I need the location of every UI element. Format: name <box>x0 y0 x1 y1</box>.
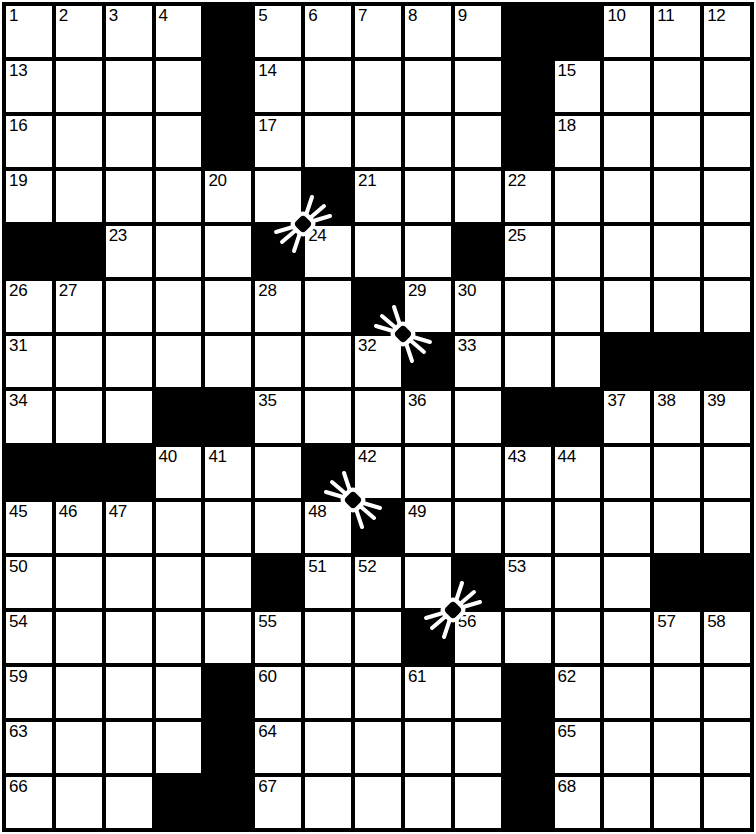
letter-cell-r10c2[interactable]: 46 <box>56 502 102 553</box>
letter-cell-r3c2[interactable] <box>56 116 102 167</box>
clue-number-57: 57 <box>657 612 675 631</box>
clue-number-28: 28 <box>258 281 276 300</box>
clue-number-58: 58 <box>707 612 725 631</box>
letter-cell-r8c13[interactable]: 37 <box>604 391 650 442</box>
clue-number-3: 3 <box>109 6 118 25</box>
letter-cell-r3c15[interactable] <box>704 116 750 167</box>
block-cell-r4c7 <box>305 171 351 222</box>
clue-number-62: 62 <box>558 667 576 686</box>
letter-cell-r8c8[interactable] <box>355 391 401 442</box>
clue-number-10: 10 <box>607 6 625 25</box>
letter-cell-r4c1[interactable]: 19 <box>6 171 52 222</box>
letter-cell-r3c4[interactable] <box>156 116 202 167</box>
letter-cell-r2c15[interactable] <box>704 61 750 112</box>
block-cell-r9c3 <box>106 447 152 498</box>
letter-cell-r10c14[interactable] <box>654 502 700 553</box>
clue-number-65: 65 <box>558 722 576 741</box>
letter-cell-r15c6[interactable]: 67 <box>255 777 301 828</box>
letter-cell-r15c15[interactable] <box>704 777 750 828</box>
clue-number-47: 47 <box>109 502 127 521</box>
clue-number-4: 4 <box>159 6 168 25</box>
block-cell-r11c6 <box>255 557 301 608</box>
block-cell-r5c1 <box>6 226 52 277</box>
letter-cell-r7c4[interactable] <box>156 336 202 387</box>
letter-cell-r7c7[interactable] <box>305 336 351 387</box>
letter-cell-r4c10[interactable] <box>455 171 501 222</box>
block-cell-r14c5 <box>205 722 251 773</box>
letter-cell-r7c11[interactable] <box>505 336 551 387</box>
block-cell-r3c11 <box>505 116 551 167</box>
letter-cell-r4c15[interactable] <box>704 171 750 222</box>
clue-number-26: 26 <box>9 281 27 300</box>
letter-cell-r4c3[interactable] <box>106 171 152 222</box>
letter-cell-r1c4[interactable]: 4 <box>156 6 202 57</box>
letter-cell-r13c9[interactable]: 61 <box>405 667 451 718</box>
letter-cell-r1c6[interactable]: 5 <box>255 6 301 57</box>
block-cell-r11c15 <box>704 557 750 608</box>
block-cell-r1c11 <box>505 6 551 57</box>
letter-cell-r10c6[interactable] <box>255 502 301 553</box>
letter-cell-r5c5[interactable] <box>205 226 251 277</box>
letter-cell-r15c12[interactable]: 68 <box>555 777 601 828</box>
letter-cell-r1c2[interactable]: 2 <box>56 6 102 57</box>
letter-cell-r15c8[interactable] <box>355 777 401 828</box>
clue-number-7: 7 <box>358 6 367 25</box>
block-cell-r9c7 <box>305 447 351 498</box>
letter-cell-r14c14[interactable] <box>654 722 700 773</box>
clue-number-38: 38 <box>657 391 675 410</box>
block-cell-r15c4 <box>156 777 202 828</box>
letter-cell-r6c4[interactable] <box>156 281 202 332</box>
block-cell-r14c11 <box>505 722 551 773</box>
clue-number-42: 42 <box>358 447 376 466</box>
letter-cell-r13c10[interactable] <box>455 667 501 718</box>
block-cell-r10c8 <box>355 502 401 553</box>
clue-number-49: 49 <box>408 502 426 521</box>
letter-cell-r2c1[interactable]: 13 <box>6 61 52 112</box>
letter-cell-r10c11[interactable] <box>505 502 551 553</box>
letter-cell-r14c1[interactable]: 63 <box>6 722 52 773</box>
letter-cell-r9c5[interactable]: 41 <box>205 447 251 498</box>
letter-cell-r6c2[interactable]: 27 <box>56 281 102 332</box>
letter-cell-r5c4[interactable] <box>156 226 202 277</box>
letter-cell-r3c1[interactable]: 16 <box>6 116 52 167</box>
letter-cell-r15c13[interactable] <box>604 777 650 828</box>
letter-cell-r14c9[interactable] <box>405 722 451 773</box>
block-cell-r5c10 <box>455 226 501 277</box>
block-cell-r8c12 <box>555 391 601 442</box>
clue-number-16: 16 <box>9 116 27 135</box>
letter-cell-r7c6[interactable] <box>255 336 301 387</box>
letter-cell-r6c15[interactable] <box>704 281 750 332</box>
letter-cell-r3c8[interactable] <box>355 116 401 167</box>
letter-cell-r1c3[interactable]: 3 <box>106 6 152 57</box>
letter-cell-r8c10[interactable] <box>455 391 501 442</box>
letter-cell-r5c15[interactable] <box>704 226 750 277</box>
letter-cell-r8c15[interactable]: 39 <box>704 391 750 442</box>
clue-number-18: 18 <box>558 116 576 135</box>
letter-cell-r1c1[interactable]: 1 <box>6 6 52 57</box>
letter-cell-r12c2[interactable] <box>56 612 102 663</box>
letter-cell-r14c4[interactable] <box>156 722 202 773</box>
letter-cell-r4c8[interactable]: 21 <box>355 171 401 222</box>
letter-cell-r11c8[interactable]: 52 <box>355 557 401 608</box>
block-cell-r13c5 <box>205 667 251 718</box>
clue-number-67: 67 <box>258 777 276 796</box>
block-cell-r15c11 <box>505 777 551 828</box>
letter-cell-r10c4[interactable] <box>156 502 202 553</box>
clue-number-37: 37 <box>607 391 625 410</box>
letter-cell-r7c2[interactable] <box>56 336 102 387</box>
letter-cell-r1c14[interactable]: 11 <box>654 6 700 57</box>
clue-number-48: 48 <box>308 502 326 521</box>
letter-cell-r13c3[interactable] <box>106 667 152 718</box>
clue-number-46: 46 <box>59 502 77 521</box>
clue-number-2: 2 <box>59 6 68 25</box>
letter-cell-r15c7[interactable] <box>305 777 351 828</box>
letter-cell-r13c13[interactable] <box>604 667 650 718</box>
clue-number-68: 68 <box>558 777 576 796</box>
clue-number-6: 6 <box>308 6 317 25</box>
letter-cell-r10c1[interactable]: 45 <box>6 502 52 553</box>
letter-cell-r9c14[interactable] <box>654 447 700 498</box>
letter-cell-r2c3[interactable] <box>106 61 152 112</box>
letter-cell-r11c3[interactable] <box>106 557 152 608</box>
letter-cell-r5c11[interactable]: 25 <box>505 226 551 277</box>
letter-cell-r13c2[interactable] <box>56 667 102 718</box>
block-cell-r12c9 <box>405 612 451 663</box>
letter-cell-r8c14[interactable]: 38 <box>654 391 700 442</box>
clue-number-52: 52 <box>358 557 376 576</box>
letter-cell-r13c12[interactable]: 62 <box>555 667 601 718</box>
crossword-grid: 1234567891011121314151617181920212223242… <box>2 2 754 832</box>
block-cell-r11c10 <box>455 557 501 608</box>
letter-cell-r13c1[interactable]: 59 <box>6 667 52 718</box>
letter-cell-r13c7[interactable] <box>305 667 351 718</box>
block-cell-r8c5 <box>205 391 251 442</box>
letter-cell-r4c13[interactable] <box>604 171 650 222</box>
clue-number-15: 15 <box>558 61 576 80</box>
letter-cell-r9c8[interactable]: 42 <box>355 447 401 498</box>
letter-cell-r12c8[interactable] <box>355 612 401 663</box>
clue-number-19: 19 <box>9 171 27 190</box>
block-cell-r7c15 <box>704 336 750 387</box>
letter-cell-r4c5[interactable]: 20 <box>205 171 251 222</box>
letter-cell-r6c1[interactable]: 26 <box>6 281 52 332</box>
letter-cell-r12c3[interactable] <box>106 612 152 663</box>
letter-cell-r3c12[interactable]: 18 <box>555 116 601 167</box>
clue-number-23: 23 <box>109 226 127 245</box>
clue-number-34: 34 <box>9 391 27 410</box>
block-cell-r6c8 <box>355 281 401 332</box>
letter-cell-r15c9[interactable] <box>405 777 451 828</box>
letter-cell-r11c5[interactable] <box>205 557 251 608</box>
letter-cell-r13c15[interactable] <box>704 667 750 718</box>
letter-cell-r1c10[interactable]: 9 <box>455 6 501 57</box>
clue-number-44: 44 <box>558 447 576 466</box>
letter-cell-r2c2[interactable] <box>56 61 102 112</box>
letter-cell-r2c9[interactable] <box>405 61 451 112</box>
letter-cell-r2c8[interactable] <box>355 61 401 112</box>
letter-cell-r10c12[interactable] <box>555 502 601 553</box>
letter-cell-r3c13[interactable] <box>604 116 650 167</box>
letter-cell-r12c7[interactable] <box>305 612 351 663</box>
letter-cell-r8c2[interactable] <box>56 391 102 442</box>
letter-cell-r6c11[interactable] <box>505 281 551 332</box>
letter-cell-r8c9[interactable]: 36 <box>405 391 451 442</box>
letter-cell-r4c4[interactable] <box>156 171 202 222</box>
letter-cell-r8c6[interactable]: 35 <box>255 391 301 442</box>
letter-cell-r14c15[interactable] <box>704 722 750 773</box>
block-cell-r15c5 <box>205 777 251 828</box>
letter-cell-r13c8[interactable] <box>355 667 401 718</box>
letter-cell-r11c4[interactable] <box>156 557 202 608</box>
letter-cell-r11c2[interactable] <box>56 557 102 608</box>
block-cell-r9c1 <box>6 447 52 498</box>
letter-cell-r3c3[interactable] <box>106 116 152 167</box>
clue-number-12: 12 <box>707 6 725 25</box>
letter-cell-r10c13[interactable] <box>604 502 650 553</box>
letter-cell-r2c4[interactable] <box>156 61 202 112</box>
letter-cell-r5c14[interactable] <box>654 226 700 277</box>
clue-number-24: 24 <box>308 226 326 245</box>
letter-cell-r3c14[interactable] <box>654 116 700 167</box>
letter-cell-r5c3[interactable]: 23 <box>106 226 152 277</box>
letter-cell-r5c9[interactable] <box>405 226 451 277</box>
letter-cell-r4c12[interactable] <box>555 171 601 222</box>
clue-number-8: 8 <box>408 6 417 25</box>
letter-cell-r11c13[interactable] <box>604 557 650 608</box>
block-cell-r2c5 <box>205 61 251 112</box>
letter-cell-r9c6[interactable] <box>255 447 301 498</box>
clue-number-59: 59 <box>9 667 27 686</box>
letter-cell-r1c13[interactable]: 10 <box>604 6 650 57</box>
letter-cell-r9c12[interactable]: 44 <box>555 447 601 498</box>
letter-cell-r11c9[interactable] <box>405 557 451 608</box>
letter-cell-r6c12[interactable] <box>555 281 601 332</box>
letter-cell-r10c9[interactable]: 49 <box>405 502 451 553</box>
letter-cell-r14c6[interactable]: 64 <box>255 722 301 773</box>
letter-cell-r9c15[interactable] <box>704 447 750 498</box>
letter-cell-r3c9[interactable] <box>405 116 451 167</box>
clue-number-51: 51 <box>308 557 326 576</box>
letter-cell-r7c12[interactable] <box>555 336 601 387</box>
letter-cell-r5c7[interactable]: 24 <box>305 226 351 277</box>
letter-cell-r1c15[interactable]: 12 <box>704 6 750 57</box>
letter-cell-r5c12[interactable] <box>555 226 601 277</box>
letter-cell-r14c10[interactable] <box>455 722 501 773</box>
letter-cell-r7c3[interactable] <box>106 336 152 387</box>
letter-cell-r11c12[interactable] <box>555 557 601 608</box>
clue-number-11: 11 <box>657 6 674 25</box>
clue-number-45: 45 <box>9 502 27 521</box>
letter-cell-r6c6[interactable]: 28 <box>255 281 301 332</box>
clue-number-14: 14 <box>258 61 276 80</box>
clue-number-66: 66 <box>9 777 27 796</box>
letter-cell-r3c7[interactable] <box>305 116 351 167</box>
letter-cell-r14c7[interactable] <box>305 722 351 773</box>
block-cell-r8c11 <box>505 391 551 442</box>
letter-cell-r12c11[interactable] <box>505 612 551 663</box>
letter-cell-r1c9[interactable]: 8 <box>405 6 451 57</box>
letter-cell-r5c13[interactable] <box>604 226 650 277</box>
block-cell-r8c4 <box>156 391 202 442</box>
letter-cell-r12c1[interactable]: 54 <box>6 612 52 663</box>
letter-cell-r8c7[interactable] <box>305 391 351 442</box>
letter-cell-r14c8[interactable] <box>355 722 401 773</box>
block-cell-r11c14 <box>654 557 700 608</box>
clue-number-31: 31 <box>9 336 27 355</box>
clue-number-1: 1 <box>9 6 18 25</box>
clue-number-20: 20 <box>208 171 226 190</box>
letter-cell-r9c11[interactable]: 43 <box>505 447 551 498</box>
letter-cell-r12c10[interactable]: 56 <box>455 612 501 663</box>
clue-number-39: 39 <box>707 391 725 410</box>
letter-cell-r9c10[interactable] <box>455 447 501 498</box>
letter-cell-r3c10[interactable] <box>455 116 501 167</box>
letter-cell-r2c10[interactable] <box>455 61 501 112</box>
letter-cell-r4c9[interactable] <box>405 171 451 222</box>
block-cell-r1c12 <box>555 6 601 57</box>
clue-number-5: 5 <box>258 6 267 25</box>
letter-cell-r13c14[interactable] <box>654 667 700 718</box>
letter-cell-r10c15[interactable] <box>704 502 750 553</box>
clue-number-35: 35 <box>258 391 276 410</box>
letter-cell-r11c7[interactable]: 51 <box>305 557 351 608</box>
letter-cell-r1c8[interactable]: 7 <box>355 6 401 57</box>
letter-cell-r8c1[interactable]: 34 <box>6 391 52 442</box>
clue-number-30: 30 <box>458 281 476 300</box>
clue-number-32: 32 <box>358 336 376 355</box>
letter-cell-r7c10[interactable]: 33 <box>455 336 501 387</box>
letter-cell-r2c14[interactable] <box>654 61 700 112</box>
letter-cell-r10c3[interactable]: 47 <box>106 502 152 553</box>
letter-cell-r11c1[interactable]: 50 <box>6 557 52 608</box>
clue-number-29: 29 <box>408 281 426 300</box>
letter-cell-r6c5[interactable] <box>205 281 251 332</box>
letter-cell-r5c8[interactable] <box>355 226 401 277</box>
letter-cell-r12c4[interactable] <box>156 612 202 663</box>
clue-number-17: 17 <box>258 116 276 135</box>
block-cell-r5c6 <box>255 226 301 277</box>
letter-cell-r15c1[interactable]: 66 <box>6 777 52 828</box>
crossword-page: 1234567891011121314151617181920212223242… <box>0 0 756 834</box>
letter-cell-r4c14[interactable] <box>654 171 700 222</box>
clue-number-9: 9 <box>458 6 467 25</box>
clue-number-50: 50 <box>9 557 27 576</box>
clue-number-27: 27 <box>59 281 77 300</box>
letter-cell-r12c13[interactable] <box>604 612 650 663</box>
letter-cell-r3c6[interactable]: 17 <box>255 116 301 167</box>
letter-cell-r15c10[interactable] <box>455 777 501 828</box>
clue-number-36: 36 <box>408 391 426 410</box>
letter-cell-r8c3[interactable] <box>106 391 152 442</box>
clue-number-13: 13 <box>9 61 27 80</box>
block-cell-r1c5 <box>205 6 251 57</box>
block-cell-r5c2 <box>56 226 102 277</box>
letter-cell-r15c3[interactable] <box>106 777 152 828</box>
letter-cell-r6c14[interactable] <box>654 281 700 332</box>
letter-cell-r14c12[interactable]: 65 <box>555 722 601 773</box>
clue-number-54: 54 <box>9 612 27 631</box>
block-cell-r2c11 <box>505 61 551 112</box>
letter-cell-r9c13[interactable] <box>604 447 650 498</box>
letter-cell-r6c9[interactable]: 29 <box>405 281 451 332</box>
letter-cell-r6c13[interactable] <box>604 281 650 332</box>
block-cell-r13c11 <box>505 667 551 718</box>
clue-number-25: 25 <box>508 226 526 245</box>
clue-number-33: 33 <box>458 336 476 355</box>
clue-number-60: 60 <box>258 667 276 686</box>
clue-number-55: 55 <box>258 612 276 631</box>
block-cell-r3c5 <box>205 116 251 167</box>
letter-cell-r9c9[interactable] <box>405 447 451 498</box>
letter-cell-r4c2[interactable] <box>56 171 102 222</box>
block-cell-r9c2 <box>56 447 102 498</box>
letter-cell-r7c5[interactable] <box>205 336 251 387</box>
letter-cell-r10c7[interactable]: 48 <box>305 502 351 553</box>
clue-number-53: 53 <box>508 557 526 576</box>
clue-number-21: 21 <box>358 171 376 190</box>
letter-cell-r15c2[interactable] <box>56 777 102 828</box>
letter-cell-r2c7[interactable] <box>305 61 351 112</box>
letter-cell-r2c12[interactable]: 15 <box>555 61 601 112</box>
block-cell-r7c13 <box>604 336 650 387</box>
clue-number-64: 64 <box>258 722 276 741</box>
letter-cell-r11c11[interactable]: 53 <box>505 557 551 608</box>
letter-cell-r7c8[interactable]: 32 <box>355 336 401 387</box>
letter-cell-r10c5[interactable] <box>205 502 251 553</box>
letter-cell-r12c5[interactable] <box>205 612 251 663</box>
letter-cell-r12c15[interactable]: 58 <box>704 612 750 663</box>
clue-number-40: 40 <box>159 447 177 466</box>
letter-cell-r4c6[interactable] <box>255 171 301 222</box>
letter-cell-r12c14[interactable]: 57 <box>654 612 700 663</box>
letter-cell-r6c7[interactable] <box>305 281 351 332</box>
clue-number-63: 63 <box>9 722 27 741</box>
letter-cell-r1c7[interactable]: 6 <box>305 6 351 57</box>
letter-cell-r14c3[interactable] <box>106 722 152 773</box>
clue-number-43: 43 <box>508 447 526 466</box>
letter-cell-r10c10[interactable] <box>455 502 501 553</box>
letter-cell-r6c3[interactable] <box>106 281 152 332</box>
letter-cell-r9c4[interactable]: 40 <box>156 447 202 498</box>
clue-number-22: 22 <box>508 171 526 190</box>
clue-number-61: 61 <box>408 667 426 686</box>
letter-cell-r15c14[interactable] <box>654 777 700 828</box>
letter-cell-r12c6[interactable]: 55 <box>255 612 301 663</box>
letter-cell-r2c13[interactable] <box>604 61 650 112</box>
letter-cell-r4c11[interactable]: 22 <box>505 171 551 222</box>
letter-cell-r13c6[interactable]: 60 <box>255 667 301 718</box>
letter-cell-r6c10[interactable]: 30 <box>455 281 501 332</box>
clue-number-56: 56 <box>458 612 476 631</box>
letter-cell-r2c6[interactable]: 14 <box>255 61 301 112</box>
block-cell-r7c9 <box>405 336 451 387</box>
clue-number-41: 41 <box>208 447 226 466</box>
letter-cell-r14c2[interactable] <box>56 722 102 773</box>
letter-cell-r12c12[interactable] <box>555 612 601 663</box>
letter-cell-r7c1[interactable]: 31 <box>6 336 52 387</box>
block-cell-r7c14 <box>654 336 700 387</box>
letter-cell-r13c4[interactable] <box>156 667 202 718</box>
letter-cell-r14c13[interactable] <box>604 722 650 773</box>
